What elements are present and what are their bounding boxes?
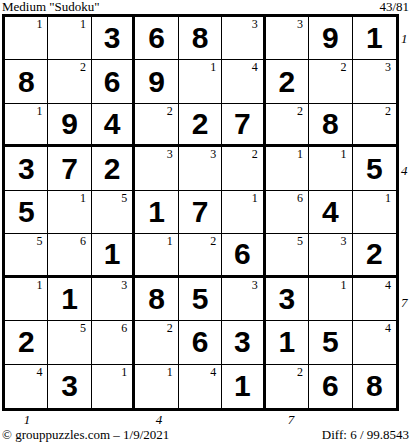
- pencil-mark: 2: [297, 366, 303, 379]
- cell-value: 2: [5, 321, 47, 363]
- cell-r2c2[interactable]: 2: [48, 60, 91, 103]
- cell-r3c7[interactable]: 2: [266, 104, 309, 147]
- cell-value: 2: [92, 147, 132, 189]
- cell-r4c9[interactable]: 5: [353, 147, 396, 190]
- cell-r3c9[interactable]: 2: [353, 104, 396, 147]
- cell-value: 4: [309, 191, 351, 233]
- pencil-mark: 1: [385, 192, 391, 205]
- cell-r1c1[interactable]: 1: [5, 17, 48, 60]
- cell-r2c3[interactable]: 6: [92, 60, 135, 103]
- cell-value: 3: [222, 321, 262, 363]
- pencil-mark: 2: [341, 61, 347, 74]
- cell-value: 7: [179, 191, 221, 233]
- pencil-mark: 5: [297, 235, 303, 248]
- cell-value: 7: [222, 104, 262, 144]
- pencil-mark: 3: [385, 61, 391, 74]
- cell-r3c3[interactable]: 4: [92, 104, 135, 147]
- cell-r9c3[interactable]: 1: [92, 365, 135, 408]
- progress-counter: 43/81: [379, 0, 409, 14]
- row-band-label-1: 1: [401, 31, 412, 46]
- pencil-mark: 2: [167, 322, 173, 335]
- cell-value: 1: [92, 234, 132, 274]
- cell-r5c6[interactable]: 1: [222, 191, 265, 234]
- cell-r4c4[interactable]: 3: [135, 147, 178, 190]
- pencil-mark: 3: [121, 279, 127, 292]
- cell-r4c1[interactable]: 3: [5, 147, 48, 190]
- cell-value: 8: [5, 60, 47, 102]
- cell-r8c8[interactable]: 5: [309, 321, 352, 364]
- cell-r3c2[interactable]: 9: [48, 104, 91, 147]
- cell-value: 2: [179, 104, 221, 144]
- cell-r7c4[interactable]: 8: [135, 278, 178, 321]
- cell-r9c8[interactable]: 6: [309, 365, 352, 408]
- pencil-mark: 6: [297, 192, 303, 205]
- pencil-mark: 2: [297, 105, 303, 118]
- cell-value: 1: [353, 17, 396, 59]
- cell-r9c7[interactable]: 2: [266, 365, 309, 408]
- cell-value: 5: [5, 191, 47, 233]
- cell-value: 8: [353, 365, 396, 408]
- cell-r1c6[interactable]: 3: [222, 17, 265, 60]
- cell-r5c3[interactable]: 5: [92, 191, 135, 234]
- cell-value: 5: [309, 321, 351, 363]
- cell-r5c7[interactable]: 6: [266, 191, 309, 234]
- cell-r7c5[interactable]: 5: [179, 278, 222, 321]
- pencil-mark: 4: [385, 322, 391, 335]
- pencil-mark: 2: [252, 148, 258, 161]
- cell-value: 6: [135, 17, 177, 59]
- cell-r4c2[interactable]: 7: [48, 147, 91, 190]
- page-title: Medium "Sudoku": [2, 0, 100, 14]
- cell-r7c3[interactable]: 3: [92, 278, 135, 321]
- sudoku-board: 1136833918269142231942272823723321155151…: [2, 14, 399, 411]
- cell-r9c1[interactable]: 4: [5, 365, 48, 408]
- col-band-label-7: 7: [284, 412, 298, 427]
- cell-r6c6[interactable]: 6: [222, 234, 265, 277]
- cell-value: 6: [309, 365, 351, 408]
- pencil-mark: 1: [297, 148, 303, 161]
- cell-r7c2[interactable]: 1: [48, 278, 91, 321]
- cell-value: 6: [222, 234, 262, 274]
- cell-r3c5[interactable]: 2: [179, 104, 222, 147]
- cell-r5c8[interactable]: 4: [309, 191, 352, 234]
- cell-r2c6[interactable]: 4: [222, 60, 265, 103]
- cell-r8c4[interactable]: 2: [135, 321, 178, 364]
- cell-r2c9[interactable]: 3: [353, 60, 396, 103]
- cell-r2c7[interactable]: 2: [266, 60, 309, 103]
- pencil-mark: 3: [341, 235, 347, 248]
- cell-r8c3[interactable]: 6: [92, 321, 135, 364]
- pencil-mark: 2: [167, 105, 173, 118]
- difficulty-text: Diff: 6 / 99.8543: [322, 428, 409, 442]
- cell-r1c9[interactable]: 1: [353, 17, 396, 60]
- cell-value: 3: [5, 147, 47, 189]
- pencil-mark: 1: [80, 192, 86, 205]
- pencil-mark: 3: [252, 18, 258, 31]
- cell-value: 8: [179, 17, 221, 59]
- cell-value: 1: [266, 321, 308, 363]
- cell-r9c5[interactable]: 4: [179, 365, 222, 408]
- cell-r9c2[interactable]: 3: [48, 365, 91, 408]
- pencil-mark: 1: [341, 148, 347, 161]
- copyright-text: © grouppuzzles.com – 1/9/2021: [2, 428, 169, 442]
- cell-r6c1[interactable]: 5: [5, 234, 48, 277]
- cell-r3c6[interactable]: 7: [222, 104, 265, 147]
- cell-r4c6[interactable]: 2: [222, 147, 265, 190]
- pencil-mark: 5: [121, 192, 127, 205]
- cell-value: 3: [48, 365, 90, 408]
- pencil-mark: 6: [80, 235, 86, 248]
- cell-r1c8[interactable]: 9: [309, 17, 352, 60]
- cell-value: 2: [266, 60, 308, 102]
- pencil-mark: 1: [80, 18, 86, 31]
- pencil-mark: 3: [210, 148, 216, 161]
- cell-r2c4[interactable]: 9: [135, 60, 178, 103]
- cell-r7c1[interactable]: 1: [5, 278, 48, 321]
- row-band-label-7: 7: [401, 295, 412, 310]
- pencil-mark: 1: [167, 235, 173, 248]
- cell-r7c9[interactable]: 4: [353, 278, 396, 321]
- pencil-mark: 1: [36, 18, 42, 31]
- cell-r4c5[interactable]: 3: [179, 147, 222, 190]
- pencil-mark: 4: [36, 366, 42, 379]
- cell-r6c2[interactable]: 6: [48, 234, 91, 277]
- cell-value: 1: [135, 191, 177, 233]
- cell-r5c2[interactable]: 1: [48, 191, 91, 234]
- cell-r1c5[interactable]: 8: [179, 17, 222, 60]
- cell-r9c4[interactable]: 1: [135, 365, 178, 408]
- cell-r8c1[interactable]: 2: [5, 321, 48, 364]
- cell-r4c7[interactable]: 1: [266, 147, 309, 190]
- pencil-mark: 5: [36, 235, 42, 248]
- cell-r2c1[interactable]: 8: [5, 60, 48, 103]
- cell-r7c8[interactable]: 1: [309, 278, 352, 321]
- cell-r7c7[interactable]: 3: [266, 278, 309, 321]
- cell-r8c9[interactable]: 4: [353, 321, 396, 364]
- pencil-mark: 6: [121, 322, 127, 335]
- cell-value: 6: [92, 60, 132, 102]
- cell-r2c8[interactable]: 2: [309, 60, 352, 103]
- cell-r6c7[interactable]: 5: [266, 234, 309, 277]
- col-band-label-1: 1: [20, 412, 34, 427]
- cell-r9c6[interactable]: 1: [222, 365, 265, 408]
- cell-value: 1: [222, 365, 262, 408]
- cell-value: 7: [48, 147, 90, 189]
- cell-r7c6[interactable]: 3: [222, 278, 265, 321]
- pencil-mark: 1: [36, 105, 42, 118]
- cell-value: 5: [353, 147, 396, 189]
- pencil-mark: 1: [167, 366, 173, 379]
- pencil-mark: 3: [167, 148, 173, 161]
- cell-value: 9: [309, 17, 351, 59]
- cell-r3c8[interactable]: 8: [309, 104, 352, 147]
- pencil-mark: 4: [252, 61, 258, 74]
- cell-r1c3[interactable]: 3: [92, 17, 135, 60]
- cell-r4c3[interactable]: 2: [92, 147, 135, 190]
- cell-r5c4[interactable]: 1: [135, 191, 178, 234]
- pencil-mark: 1: [252, 192, 258, 205]
- sudoku-page: Medium "Sudoku" 43/81 113683391826914223…: [0, 0, 412, 445]
- pencil-mark: 3: [252, 279, 258, 292]
- cell-r1c4[interactable]: 6: [135, 17, 178, 60]
- cell-value: 4: [92, 104, 132, 144]
- col-band-label-4: 4: [152, 412, 166, 427]
- cell-r8c5[interactable]: 6: [179, 321, 222, 364]
- cell-value: 8: [309, 104, 351, 144]
- cell-r5c1[interactable]: 5: [5, 191, 48, 234]
- cell-r1c7[interactable]: 3: [266, 17, 309, 60]
- cell-value: 5: [179, 278, 221, 320]
- cell-value: 2: [353, 234, 396, 274]
- cell-r5c5[interactable]: 7: [179, 191, 222, 234]
- pencil-mark: 1: [210, 61, 216, 74]
- pencil-mark: 5: [80, 322, 86, 335]
- cell-r6c8[interactable]: 3: [309, 234, 352, 277]
- cell-r8c6[interactable]: 3: [222, 321, 265, 364]
- cell-value: 8: [135, 278, 177, 320]
- cell-r8c7[interactable]: 1: [266, 321, 309, 364]
- cell-r4c8[interactable]: 1: [309, 147, 352, 190]
- cell-r3c4[interactable]: 2: [135, 104, 178, 147]
- cell-r5c9[interactable]: 1: [353, 191, 396, 234]
- cell-value: 6: [179, 321, 221, 363]
- cell-value: 3: [266, 278, 308, 320]
- cell-r1c2[interactable]: 1: [48, 17, 91, 60]
- pencil-mark: 2: [210, 235, 216, 248]
- cell-value: 1: [48, 278, 90, 320]
- pencil-mark: 4: [210, 366, 216, 379]
- cell-value: 9: [48, 104, 90, 144]
- cell-r8c2[interactable]: 5: [48, 321, 91, 364]
- cell-value: 9: [135, 60, 177, 102]
- pencil-mark: 1: [121, 366, 127, 379]
- row-band-label-4: 4: [401, 163, 412, 178]
- pencil-mark: 4: [385, 279, 391, 292]
- pencil-mark: 2: [80, 61, 86, 74]
- pencil-mark: 2: [385, 105, 391, 118]
- cell-r6c4[interactable]: 1: [135, 234, 178, 277]
- cell-r3c1[interactable]: 1: [5, 104, 48, 147]
- cell-r6c9[interactable]: 2: [353, 234, 396, 277]
- pencil-mark: 1: [36, 279, 42, 292]
- cell-r6c3[interactable]: 1: [92, 234, 135, 277]
- cell-value: 3: [92, 17, 132, 59]
- pencil-mark: 3: [297, 18, 303, 31]
- pencil-mark: 1: [341, 279, 347, 292]
- cell-r2c5[interactable]: 1: [179, 60, 222, 103]
- cell-r9c9[interactable]: 8: [353, 365, 396, 408]
- cell-r6c5[interactable]: 2: [179, 234, 222, 277]
